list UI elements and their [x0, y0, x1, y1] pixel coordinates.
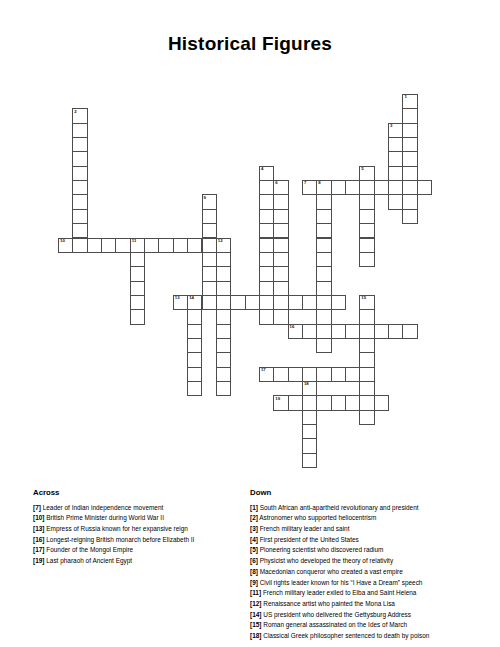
clue-2: [2] Astronomer who supported heliocentri…	[250, 513, 451, 524]
grid-cell-r6c19[interactable]	[331, 180, 346, 195]
clue-number-16: [16]	[33, 536, 44, 543]
grid-cell-r14c19[interactable]	[331, 295, 346, 310]
grid-cell-r18c11[interactable]	[216, 352, 231, 367]
grid-cell-r11c18[interactable]	[316, 252, 331, 267]
grid-cell-r6c25[interactable]	[417, 180, 432, 195]
grid-cell-r12c5[interactable]	[130, 266, 145, 281]
grid-cell-r19c15[interactable]	[273, 367, 288, 382]
clue-number-6: [6]	[250, 557, 258, 564]
grid-cell-r4c1[interactable]	[72, 151, 87, 166]
cell-number-6: 6	[275, 181, 277, 186]
grid-cell-r19c19[interactable]	[331, 367, 346, 382]
grid-cell-r10c9[interactable]	[187, 238, 202, 253]
grid-cell-r6c14[interactable]	[259, 180, 274, 195]
down-clues-list: [1] South African anti-apartheid revolut…	[250, 503, 451, 642]
cell-number-5: 5	[361, 167, 363, 172]
cell-number-10: 10	[60, 239, 65, 244]
grid-cell-r14c17[interactable]	[302, 295, 317, 310]
grid-cell-r4c24[interactable]	[402, 151, 417, 166]
grid-cell-r10c3[interactable]	[101, 238, 116, 253]
grid-cell-r12c10[interactable]	[202, 266, 217, 281]
grid-cell-r6c1[interactable]	[72, 180, 87, 195]
clue-19: [19] Last pharaoh of Ancient Egypt	[33, 556, 246, 567]
grid-cell-r11c11[interactable]	[216, 252, 231, 267]
grid-cell-r7c24[interactable]	[402, 194, 417, 209]
grid-cell-r8c1[interactable]	[72, 209, 87, 224]
grid-cell-r16c17[interactable]	[302, 324, 317, 339]
grid-cell-r5c24[interactable]	[402, 166, 417, 181]
cell-number-3: 3	[390, 124, 392, 129]
grid-cell-r9c18[interactable]	[316, 223, 331, 238]
grid-cell-r3c23[interactable]	[388, 137, 403, 152]
grid-cell-r18c21[interactable]	[359, 352, 374, 367]
grid-cell-r10c1[interactable]	[72, 238, 87, 253]
clue-number-13: [13]	[33, 525, 44, 532]
grid-cell-r11c10[interactable]	[202, 252, 217, 267]
grid-cell-r13c14[interactable]	[259, 281, 274, 296]
grid-cell-r6c20[interactable]	[345, 180, 360, 195]
grid-cell-r21c18[interactable]	[316, 395, 331, 410]
grid-cell-r10c8[interactable]	[173, 238, 188, 253]
grid-cell-r11c21[interactable]	[359, 252, 374, 267]
grid-cell-r6c22[interactable]	[374, 180, 389, 195]
grid-cell-r8c15[interactable]	[273, 209, 288, 224]
clue-3: [3] French military leader and saint	[250, 524, 451, 535]
clue-number-9: [9]	[250, 579, 258, 586]
down-clues-header: Down	[250, 487, 451, 499]
grid-cell-r16c20[interactable]	[345, 324, 360, 339]
grid-cell-r9c10[interactable]	[202, 223, 217, 238]
grid-cell-r5c21[interactable]: 5	[359, 166, 374, 181]
clue-14: [14] US president who delivered the Gett…	[250, 610, 451, 621]
grid-cell-r14c11[interactable]	[216, 295, 231, 310]
grid-cell-r20c17[interactable]: 18	[302, 381, 317, 396]
grid-cell-r19c11[interactable]	[216, 367, 231, 382]
grid-cell-r6c23[interactable]	[388, 180, 403, 195]
crossword-page: Historical Figures 123456789101112131415…	[0, 0, 500, 647]
grid-cell-r16c11[interactable]	[216, 324, 231, 339]
grid-cell-r7c18[interactable]	[316, 194, 331, 209]
clue-number-11: [11]	[250, 589, 261, 596]
grid-cell-r6c15[interactable]: 6	[273, 180, 288, 195]
grid-cell-r9c21[interactable]	[359, 223, 374, 238]
grid-cell-r13c10[interactable]	[202, 281, 217, 296]
grid-cell-r9c14[interactable]	[259, 223, 274, 238]
grid-cell-r19c20[interactable]	[345, 367, 360, 382]
grid-cell-r19c9[interactable]	[187, 367, 202, 382]
clue-6: [6] Physicist who developed the theory o…	[250, 556, 451, 567]
grid-cell-r15c18[interactable]	[316, 309, 331, 324]
grid-cell-r10c2[interactable]	[87, 238, 102, 253]
grid-cell-r3c24[interactable]	[402, 137, 417, 152]
grid-cell-r9c1[interactable]	[72, 223, 87, 238]
grid-cell-r12c18[interactable]	[316, 266, 331, 281]
grid-cell-r16c18[interactable]	[316, 324, 331, 339]
clue-11: [11] French military leader exiled to El…	[250, 588, 451, 599]
grid-cell-r17c9[interactable]	[187, 338, 202, 353]
grid-cell-r19c16[interactable]	[288, 367, 303, 382]
clue-number-3: [3]	[250, 525, 258, 532]
cell-number-15: 15	[361, 296, 366, 301]
grid-cell-r14c8[interactable]: 13	[173, 295, 188, 310]
grid-cell-r15c15[interactable]	[273, 309, 288, 324]
cell-number-16: 16	[290, 325, 295, 330]
grid-cell-r15c9[interactable]	[187, 309, 202, 324]
grid-cell-r5c23[interactable]	[388, 166, 403, 181]
clue-number-2: [2]	[250, 514, 258, 521]
grid-cell-r11c15[interactable]	[273, 252, 288, 267]
grid-cell-r16c19[interactable]	[331, 324, 346, 339]
clue-18: [18] Classical Greek philosopher sentenc…	[250, 631, 438, 642]
cell-number-1: 1	[404, 95, 406, 100]
grid-cell-r20c11[interactable]	[216, 381, 231, 396]
grid-cell-r13c18[interactable]	[316, 281, 331, 296]
clue-8: [8] Macedonian conqueror who created a v…	[250, 567, 451, 578]
clue-13: [13] Empress of Russia known for her exp…	[33, 524, 246, 535]
grid-cell-r15c14[interactable]	[259, 309, 274, 324]
grid-cell-r8c18[interactable]	[316, 209, 331, 224]
cell-number-8: 8	[318, 181, 320, 186]
grid-cell-r2c1[interactable]	[72, 123, 87, 138]
grid-cell-r13c15[interactable]	[273, 281, 288, 296]
grid-cell-r14c18[interactable]	[316, 295, 331, 310]
grid-cell-r5c1[interactable]	[72, 166, 87, 181]
grid-cell-r17c21[interactable]	[359, 338, 374, 353]
clue-number-17: [17]	[33, 546, 44, 553]
grid-cell-r10c15[interactable]	[273, 238, 288, 253]
grid-cell-r19c18[interactable]	[316, 367, 331, 382]
grid-cell-r14c15[interactable]	[273, 295, 288, 310]
grid-cell-r11c14[interactable]	[259, 252, 274, 267]
grid-cell-r11c5[interactable]	[130, 252, 145, 267]
grid-cell-r14c14[interactable]	[259, 295, 274, 310]
grid-cell-r10c0[interactable]: 10	[58, 238, 73, 253]
grid-cell-r18c9[interactable]	[187, 352, 202, 367]
cell-number-17: 17	[261, 368, 266, 373]
grid-cell-r6c18[interactable]: 8	[316, 180, 331, 195]
grid-cell-r10c7[interactable]	[158, 238, 173, 253]
down-clues: Down [1] South African anti-apartheid re…	[250, 487, 451, 642]
grid-cell-r12c15[interactable]	[273, 266, 288, 281]
clue-15: [15] Roman general assassinated on the I…	[250, 620, 451, 631]
clue-10: [10] British Prime Minister during World…	[33, 513, 246, 524]
grid-cell-r15c5[interactable]	[130, 309, 145, 324]
cell-number-11: 11	[132, 239, 137, 244]
grid-cell-r10c10[interactable]	[202, 238, 217, 253]
grid-cell-r6c17[interactable]: 7	[302, 180, 317, 195]
cell-number-14: 14	[189, 296, 194, 301]
grid-cell-r7c21[interactable]	[359, 194, 374, 209]
grid-cell-r10c18[interactable]	[316, 238, 331, 253]
grid-cell-r7c23[interactable]	[388, 194, 403, 209]
clue-number-12: [12]	[250, 600, 261, 607]
grid-cell-r8c24[interactable]	[402, 209, 417, 224]
grid-cell-r17c18[interactable]	[316, 338, 331, 353]
grid-cell-r1c1[interactable]: 2	[72, 108, 87, 123]
cell-number-18: 18	[304, 382, 309, 387]
grid-cell-r21c19[interactable]	[331, 395, 346, 410]
grid-cell-r24c17[interactable]	[302, 438, 317, 453]
clue-7: [7] Leader of Indian independence moveme…	[33, 503, 246, 514]
grid-cell-r8c21[interactable]	[359, 209, 374, 224]
grid-cell-r1c24[interactable]	[402, 108, 417, 123]
grid-cell-r12c11[interactable]	[216, 266, 231, 281]
grid-cell-r10c6[interactable]	[144, 238, 159, 253]
grid-cell-r22c21[interactable]	[359, 410, 374, 425]
grid-cell-r2c23[interactable]: 3	[388, 123, 403, 138]
grid-cell-r10c11[interactable]: 12	[216, 238, 231, 253]
grid-cell-r7c14[interactable]	[259, 194, 274, 209]
cell-number-13: 13	[175, 296, 180, 301]
grid-cell-r6c21[interactable]	[359, 180, 374, 195]
grid-cell-r21c20[interactable]	[345, 395, 360, 410]
clue-number-7: [7]	[33, 504, 41, 511]
grid-cell-r14c5[interactable]	[130, 295, 145, 310]
grid-cell-r10c21[interactable]	[359, 238, 374, 253]
clue-number-1: [1]	[250, 504, 258, 511]
grid-cell-r21c15[interactable]: 19	[273, 395, 288, 410]
grid-cell-r2c24[interactable]	[402, 123, 417, 138]
grid-cell-r12c14[interactable]	[259, 266, 274, 281]
grid-cell-r14c16[interactable]	[288, 295, 303, 310]
grid-cell-r16c21[interactable]	[359, 324, 374, 339]
grid-cell-r21c16[interactable]	[288, 395, 303, 410]
grid-cell-r6c24[interactable]	[402, 180, 417, 195]
grid-cell-r7c1[interactable]	[72, 194, 87, 209]
grid-cell-r3c1[interactable]	[72, 137, 87, 152]
clue-number-15: [15]	[250, 621, 261, 628]
clue-17: [17] Founder of the Mongol Empire	[33, 545, 246, 556]
clue-5: [5] Pioneering scientist who discovered …	[250, 545, 451, 556]
grid-cell-r0c24[interactable]: 1	[402, 94, 417, 109]
clue-number-5: [5]	[250, 546, 258, 553]
clue-9: [9] Civil rights leader known for his “I…	[250, 578, 451, 589]
cell-number-4: 4	[261, 167, 263, 172]
grid-cell-r7c15[interactable]	[273, 194, 288, 209]
grid-cell-r9c15[interactable]	[273, 223, 288, 238]
grid-cell-r21c17[interactable]	[302, 395, 317, 410]
cell-number-19: 19	[275, 397, 280, 402]
grid-cell-r13c5[interactable]	[130, 281, 145, 296]
clue-1: [1] South African anti-apartheid revolut…	[250, 503, 451, 514]
grid-cell-r19c14[interactable]: 17	[259, 367, 274, 382]
grid-cell-r16c16[interactable]: 16	[288, 324, 303, 339]
clue-number-14: [14]	[250, 611, 261, 618]
grid-cell-r16c23[interactable]	[388, 324, 403, 339]
grid-cell-r17c11[interactable]	[216, 338, 231, 353]
clue-number-18: [18]	[250, 632, 261, 639]
grid-cell-r21c21[interactable]	[359, 395, 374, 410]
grid-cell-r16c24[interactable]	[402, 324, 417, 339]
clue-12: [12] Renaissance artist who painted the …	[250, 599, 451, 610]
grid-cell-r19c17[interactable]	[302, 367, 317, 382]
cell-number-2: 2	[74, 110, 76, 115]
grid-cell-r13c11[interactable]	[216, 281, 231, 296]
grid-cell-r7c10[interactable]: 9	[202, 194, 217, 209]
grid-cell-r15c21[interactable]	[359, 309, 374, 324]
grid-cell-r25c17[interactable]	[302, 453, 317, 468]
grid-cell-r22c17[interactable]	[302, 410, 317, 425]
grid-cell-r10c5[interactable]: 11	[130, 238, 145, 253]
grid-cell-r14c21[interactable]: 15	[359, 295, 374, 310]
cell-number-12: 12	[218, 239, 223, 244]
cell-number-7: 7	[304, 181, 306, 186]
grid-cell-r20c21[interactable]	[359, 381, 374, 396]
clue-4: [4] First president of the United States	[250, 535, 451, 546]
grid-cell-r15c11[interactable]	[216, 309, 231, 324]
across-clues-header: Across	[33, 487, 246, 499]
clue-number-19: [19]	[33, 557, 44, 564]
grid-cell-r21c22[interactable]	[374, 395, 389, 410]
grid-cell-r23c17[interactable]	[302, 424, 317, 439]
grid-cell-r20c9[interactable]	[187, 381, 202, 396]
grid-cell-r14c10[interactable]	[202, 295, 217, 310]
across-clues-list: [7] Leader of Indian independence moveme…	[33, 503, 246, 567]
grid-cell-r10c4[interactable]	[115, 238, 130, 253]
cell-number-9: 9	[204, 196, 206, 201]
grid-cell-r8c14[interactable]	[259, 209, 274, 224]
across-clues: Across [7] Leader of Indian independence…	[33, 487, 246, 567]
crossword-grid: 12345678910111213141516171819	[0, 0, 500, 500]
grid-cell-r16c22[interactable]	[374, 324, 389, 339]
grid-cell-r10c14[interactable]	[259, 238, 274, 253]
grid-cell-r8c10[interactable]	[202, 209, 217, 224]
clue-number-4: [4]	[250, 536, 258, 543]
clue-16: [16] Longest-reigning British monarch be…	[33, 535, 246, 546]
grid-cell-r16c9[interactable]	[187, 324, 202, 339]
grid-cell-r4c23[interactable]	[388, 151, 403, 166]
clue-number-8: [8]	[250, 568, 258, 575]
grid-cell-r14c13[interactable]	[245, 295, 260, 310]
grid-cell-r14c9[interactable]: 14	[187, 295, 202, 310]
clue-number-10: [10]	[33, 514, 44, 521]
grid-cell-r14c12[interactable]	[230, 295, 245, 310]
grid-cell-r5c14[interactable]: 4	[259, 166, 274, 181]
grid-cell-r19c21[interactable]	[359, 367, 374, 382]
